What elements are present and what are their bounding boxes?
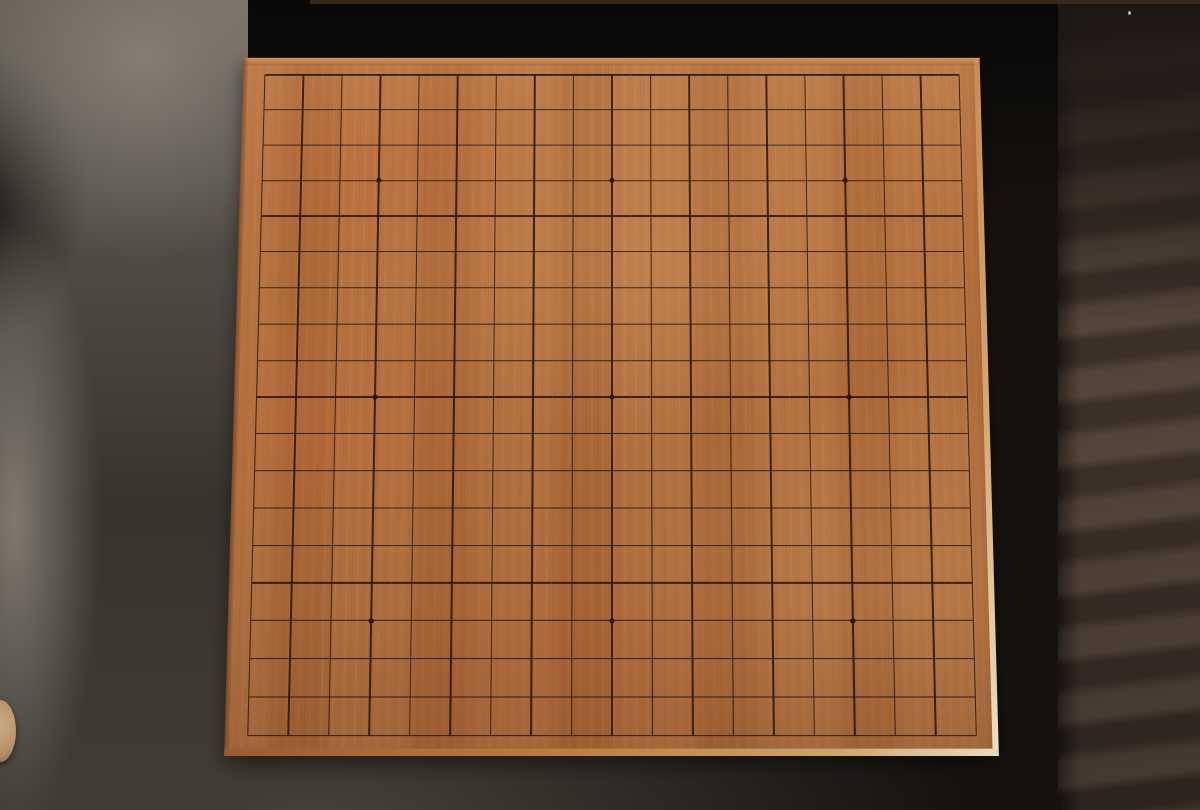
board-intersection (511, 640, 551, 678)
board-intersection (551, 716, 592, 755)
board-intersection (672, 678, 713, 716)
hoshi-point (846, 394, 851, 399)
board-intersection (944, 270, 984, 306)
board-intersection (631, 234, 670, 270)
board-intersection (323, 57, 362, 92)
board-intersection (672, 527, 712, 564)
board-intersection (631, 127, 670, 162)
board-intersection (271, 564, 312, 602)
board-intersection (824, 92, 863, 127)
board-intersection (829, 415, 869, 452)
board-intersection (866, 270, 906, 306)
board-intersection (670, 163, 709, 199)
board-intersection (514, 198, 553, 234)
go-board-surface (224, 58, 999, 756)
board-intersection (232, 527, 273, 564)
hoshi-point (369, 618, 374, 623)
board-grid (227, 57, 997, 754)
board-intersection (393, 452, 433, 489)
board-intersection (400, 57, 439, 92)
board-intersection (872, 564, 913, 602)
board-intersection (913, 640, 954, 678)
board-intersection (474, 306, 514, 342)
board-intersection (862, 57, 901, 92)
board-intersection (230, 602, 271, 640)
board-intersection (943, 198, 983, 234)
board-intersection (553, 342, 592, 378)
board-intersection (513, 379, 553, 416)
board-intersection (901, 92, 940, 127)
board-intersection (395, 342, 435, 378)
board-intersection (438, 92, 477, 127)
board-intersection (278, 306, 318, 342)
board-intersection (871, 527, 912, 564)
board-intersection (314, 452, 354, 489)
board-intersection (553, 198, 592, 234)
board-intersection (393, 489, 433, 526)
board-intersection (473, 415, 513, 452)
board-intersection (592, 270, 631, 306)
board-intersection (474, 379, 514, 416)
board-intersection (673, 716, 714, 755)
board-intersection (954, 678, 995, 716)
board-intersection (322, 92, 361, 127)
board-intersection (752, 602, 793, 640)
board-intersection (470, 716, 511, 755)
board-intersection (392, 564, 433, 602)
board-intersection (904, 234, 944, 270)
board-intersection (867, 306, 907, 342)
board-intersection (712, 527, 752, 564)
board-intersection (672, 564, 712, 602)
board-intersection (313, 489, 354, 526)
board-intersection (280, 198, 320, 234)
board-intersection (241, 234, 281, 270)
board-intersection (942, 163, 982, 199)
board-intersection (399, 127, 438, 162)
board-intersection (825, 163, 864, 199)
board-intersection (873, 640, 914, 678)
board-intersection (515, 92, 554, 127)
board-intersection (394, 415, 434, 452)
board-intersection (281, 163, 321, 199)
board-intersection (471, 602, 511, 640)
board-intersection (434, 415, 474, 452)
board-intersection (788, 270, 828, 306)
board-intersection (953, 602, 994, 640)
board-intersection (349, 678, 390, 716)
board-intersection (274, 452, 315, 489)
board-intersection (473, 489, 513, 526)
board-intersection (670, 198, 709, 234)
board-intersection (316, 379, 356, 416)
board-intersection (275, 415, 315, 452)
board-intersection (268, 716, 309, 755)
board-intersection (475, 270, 514, 306)
board-intersection (593, 163, 632, 199)
board-intersection (912, 602, 953, 640)
board-intersection (750, 342, 790, 378)
board-intersection (283, 92, 322, 127)
go-board (224, 58, 999, 756)
board-intersection (319, 198, 359, 234)
board-intersection (240, 270, 280, 306)
board-intersection (827, 270, 867, 306)
board-intersection (832, 564, 873, 602)
board-intersection (710, 270, 749, 306)
board-intersection (239, 306, 279, 342)
board-intersection (554, 92, 593, 127)
board-intersection (947, 379, 987, 416)
board-intersection (592, 452, 632, 489)
board-intersection (436, 198, 475, 234)
board-intersection (351, 602, 392, 640)
board-intersection (234, 452, 275, 489)
board-intersection (749, 306, 789, 342)
board-intersection (435, 342, 475, 378)
board-intersection (553, 234, 592, 270)
hoshi-point (610, 178, 615, 183)
board-intersection (315, 415, 355, 452)
board-intersection (593, 92, 632, 127)
board-intersection (516, 57, 555, 92)
board-intersection (751, 489, 791, 526)
board-intersection (672, 602, 712, 640)
board-intersection (711, 415, 751, 452)
board-intersection (435, 306, 475, 342)
board-intersection (431, 602, 472, 640)
board-intersection (941, 127, 981, 162)
board-intersection (389, 716, 430, 755)
board-intersection (789, 342, 829, 378)
board-intersection (787, 234, 827, 270)
board-intersection (356, 342, 396, 378)
board-intersection (631, 198, 670, 234)
board-intersection (511, 716, 552, 755)
board-intersection (672, 489, 712, 526)
board-intersection (793, 640, 834, 678)
board-intersection (316, 342, 356, 378)
board-intersection (228, 678, 269, 716)
board-intersection (227, 716, 268, 755)
board-intersection (515, 127, 554, 162)
board-intersection (632, 342, 671, 378)
board-intersection (236, 415, 277, 452)
board-intersection (790, 415, 830, 452)
board-intersection (592, 379, 632, 416)
board-intersection (431, 640, 472, 678)
board-intersection (432, 564, 472, 602)
board-intersection (712, 564, 752, 602)
board-intersection (231, 564, 272, 602)
board-intersection (309, 678, 350, 716)
board-intersection (830, 452, 870, 489)
board-intersection (670, 127, 709, 162)
board-intersection (908, 415, 948, 452)
board-intersection (552, 640, 592, 678)
board-intersection (349, 716, 390, 755)
board-intersection (592, 489, 632, 526)
board-intersection (632, 270, 671, 306)
board-intersection (904, 198, 944, 234)
board-intersection (711, 489, 751, 526)
board-intersection (513, 452, 553, 489)
board-intersection (512, 602, 552, 640)
board-intersection (353, 489, 393, 526)
board-intersection (592, 415, 632, 452)
board-intersection (833, 640, 874, 678)
board-intersection (552, 602, 592, 640)
board-intersection (553, 415, 593, 452)
board-intersection (632, 379, 672, 416)
board-intersection (476, 127, 515, 162)
board-intersection (477, 57, 516, 92)
board-intersection (788, 306, 828, 342)
board-intersection (868, 342, 908, 378)
board-intersection (709, 163, 748, 199)
board-intersection (312, 564, 353, 602)
board-intersection (952, 564, 993, 602)
board-intersection (632, 564, 672, 602)
board-intersection (392, 527, 432, 564)
board-intersection (832, 602, 873, 640)
dust-speck (1128, 11, 1131, 15)
board-intersection (709, 127, 748, 162)
board-intersection (671, 342, 711, 378)
board-intersection (940, 92, 980, 127)
board-intersection (948, 415, 989, 452)
board-intersection (436, 234, 475, 270)
board-intersection (875, 716, 916, 755)
board-intersection (512, 527, 552, 564)
board-intersection (709, 234, 748, 270)
board-intersection (317, 306, 357, 342)
board-intersection (552, 527, 592, 564)
board-intersection (632, 678, 672, 716)
board-intersection (474, 342, 514, 378)
board-intersection (477, 92, 516, 127)
board-intersection (870, 489, 911, 526)
board-intersection (831, 527, 872, 564)
board-intersection (787, 163, 826, 199)
board-intersection (592, 342, 631, 378)
board-intersection (553, 379, 593, 416)
board-intersection (792, 602, 833, 640)
board-intersection (709, 198, 748, 234)
board-intersection (870, 452, 910, 489)
board-intersection (946, 342, 986, 378)
board-intersection (910, 489, 951, 526)
board-intersection (472, 527, 512, 564)
board-intersection (791, 527, 831, 564)
board-intersection (747, 127, 786, 162)
board-intersection (903, 163, 943, 199)
board-intersection (826, 198, 866, 234)
board-intersection (553, 306, 592, 342)
board-intersection (554, 163, 593, 199)
board-intersection (826, 234, 866, 270)
board-intersection (391, 602, 432, 640)
board-intersection (357, 270, 397, 306)
board-intersection (828, 342, 868, 378)
board-intersection (672, 640, 712, 678)
board-intersection (710, 306, 750, 342)
board-intersection (476, 163, 515, 199)
board-intersection (713, 678, 754, 716)
board-intersection (390, 640, 431, 678)
board-intersection (514, 234, 553, 270)
board-intersection (311, 602, 352, 640)
board-intersection (865, 198, 905, 234)
board-intersection (471, 678, 512, 716)
board-intersection (792, 564, 833, 602)
board-intersection (671, 452, 711, 489)
board-intersection (276, 379, 316, 416)
board-intersection (592, 306, 631, 342)
board-intersection (397, 234, 437, 270)
board-intersection (828, 306, 868, 342)
board-intersection (670, 92, 709, 127)
board-intersection (631, 92, 670, 127)
board-intersection (752, 564, 792, 602)
board-intersection (943, 234, 983, 270)
board-intersection (863, 92, 902, 127)
board-intersection (748, 234, 787, 270)
board-intersection (269, 678, 310, 716)
hoshi-point (376, 178, 381, 183)
board-intersection (592, 602, 632, 640)
board-intersection (834, 716, 875, 755)
board-intersection (512, 489, 552, 526)
board-intersection (592, 198, 631, 234)
board-intersection (950, 489, 991, 526)
board-intersection (354, 452, 394, 489)
board-intersection (390, 678, 431, 716)
board-intersection (868, 379, 908, 416)
board-intersection (352, 564, 393, 602)
board-intersection (592, 564, 632, 602)
board-intersection (753, 678, 794, 716)
board-intersection (831, 489, 871, 526)
board-intersection (360, 92, 399, 127)
board-intersection (312, 527, 353, 564)
board-intersection (632, 415, 672, 452)
board-intersection (552, 489, 592, 526)
board-intersection (748, 198, 787, 234)
board-intersection (593, 57, 632, 92)
board-intersection (473, 452, 513, 489)
board-intersection (791, 489, 831, 526)
board-intersection (308, 716, 349, 755)
board-intersection (753, 640, 794, 678)
board-intersection (708, 57, 747, 92)
board-intersection (352, 527, 393, 564)
board-intersection (399, 92, 438, 127)
board-intersection (554, 127, 593, 162)
board-intersection (750, 415, 790, 452)
board-intersection (955, 716, 996, 755)
board-intersection (793, 678, 834, 716)
board-intersection (270, 640, 311, 678)
board-intersection (632, 602, 672, 640)
board-intersection (632, 716, 673, 755)
board-intersection (592, 678, 632, 716)
board-intersection (358, 234, 398, 270)
board-intersection (939, 57, 978, 92)
board-intersection (437, 127, 476, 162)
board-intersection (749, 270, 789, 306)
board-intersection (436, 270, 476, 306)
board-intersection (272, 527, 313, 564)
hoshi-point (850, 618, 855, 623)
board-intersection (592, 234, 631, 270)
board-intersection (514, 306, 553, 342)
board-intersection (869, 415, 909, 452)
board-intersection (511, 678, 552, 716)
board-intersection (433, 452, 473, 489)
board-intersection (670, 234, 709, 270)
board-intersection (513, 342, 553, 378)
board-intersection (908, 379, 948, 416)
board-intersection (863, 127, 902, 162)
board-intersection (790, 452, 830, 489)
board-intersection (914, 678, 955, 716)
board-intersection (395, 379, 435, 416)
board-intersection (396, 270, 436, 306)
board-intersection (906, 306, 946, 342)
board-intersection (911, 527, 952, 564)
board-intersection (593, 127, 632, 162)
board-intersection (864, 163, 904, 199)
board-intersection (711, 452, 751, 489)
board-intersection (632, 527, 672, 564)
board-intersection (271, 602, 312, 640)
board-intersection (233, 489, 274, 526)
board-intersection (912, 564, 953, 602)
board-intersection (711, 379, 751, 416)
board-intersection (319, 234, 359, 270)
board-intersection (710, 342, 750, 378)
board-intersection (632, 452, 672, 489)
board-intersection (748, 163, 787, 199)
board-intersection (789, 379, 829, 416)
board-intersection (434, 379, 474, 416)
board-intersection (945, 306, 985, 342)
board-intersection (320, 163, 360, 199)
board-intersection (475, 198, 514, 234)
board-intersection (829, 379, 869, 416)
board-intersection (909, 452, 950, 489)
board-intersection (787, 198, 826, 234)
board-intersection (751, 527, 791, 564)
board-intersection (825, 127, 864, 162)
board-intersection (284, 57, 323, 92)
hoshi-point (373, 394, 378, 399)
board-intersection (554, 57, 593, 92)
board-intersection (358, 198, 398, 234)
board-intersection (592, 527, 632, 564)
board-intersection (786, 127, 825, 162)
board-intersection (282, 127, 322, 162)
board-intersection (670, 57, 709, 92)
board-intersection (244, 92, 284, 127)
board-intersection (241, 198, 281, 234)
board-intersection (513, 415, 553, 452)
board-intersection (953, 640, 994, 678)
board-intersection (360, 127, 399, 162)
board-intersection (242, 163, 282, 199)
board-intersection (356, 306, 396, 342)
